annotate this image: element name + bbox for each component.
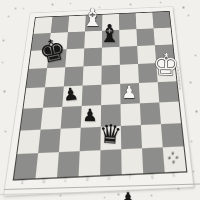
square-h2[interactable] [161,123,184,147]
square-c1[interactable] [57,151,80,177]
file-label-g: g [151,174,154,179]
file-label-b: b [42,179,45,184]
square-d2[interactable] [80,127,101,151]
square-g3[interactable] [140,102,161,125]
square-h5[interactable] [156,62,176,82]
square-c4[interactable] [62,86,82,107]
square-g7[interactable] [136,28,154,46]
square-d1[interactable] [79,150,101,176]
square-c2[interactable] [59,128,81,152]
file-label-c: c [64,178,67,183]
square-a7[interactable] [31,33,50,51]
square-d5[interactable] [83,66,102,86]
square-e3[interactable] [101,104,121,127]
square-c6[interactable] [65,48,84,67]
square-g5[interactable] [138,63,158,83]
square-h8[interactable] [152,12,170,29]
square-c3[interactable] [61,106,82,129]
square-c5[interactable] [64,66,84,86]
square-f6[interactable] [120,46,138,65]
square-h4[interactable] [158,81,179,102]
square-b5[interactable] [45,67,65,87]
square-f7[interactable] [119,29,137,47]
square-e8[interactable] [102,14,119,31]
square-g1[interactable] [142,147,165,173]
square-b7[interactable] [49,32,68,50]
square-b3[interactable] [41,107,63,130]
square-e5[interactable] [101,65,120,85]
square-b6[interactable] [47,49,67,68]
file-label-h: h [172,173,175,178]
square-a2[interactable] [17,130,40,154]
square-g8[interactable] [136,12,154,29]
square-f5[interactable] [120,64,139,84]
square-d4[interactable] [82,85,102,106]
file-label-f: f [129,175,131,180]
square-f2[interactable] [121,125,142,149]
square-g6[interactable] [137,45,156,64]
square-a4[interactable] [23,87,45,108]
chess-board: abcdefgh Checkmate ♦♦♦♦ [13,11,185,178]
square-e1[interactable] [100,149,122,175]
board-grid [13,11,188,181]
square-b1[interactable] [35,152,58,178]
square-h3[interactable] [159,102,181,125]
square-d8[interactable] [85,15,102,32]
file-label-d: d [86,177,89,182]
square-e7[interactable] [102,30,120,48]
square-g2[interactable] [141,124,163,148]
square-a5[interactable] [26,68,47,88]
square-g4[interactable] [139,82,159,103]
square-d6[interactable] [83,48,101,67]
square-a3[interactable] [20,108,42,131]
board-logo: ♦♦♦♦ [163,146,184,169]
square-b8[interactable] [51,16,69,33]
square-b4[interactable] [43,86,64,107]
square-a6[interactable] [29,50,49,69]
diamond-ornament-icon: ♦♦♦♦ [166,149,181,167]
square-a1[interactable] [14,153,38,179]
photo-grain [0,0,1,1]
square-h7[interactable] [154,28,173,46]
square-h6[interactable] [155,44,175,63]
file-label-e: e [108,176,111,181]
square-f4[interactable] [120,83,140,104]
square-a8[interactable] [34,17,53,34]
square-b2[interactable] [38,129,61,153]
square-e2[interactable] [100,126,121,150]
square-d7[interactable] [84,31,102,49]
square-f3[interactable] [120,103,140,126]
square-e4[interactable] [101,84,120,105]
square-c8[interactable] [68,15,86,32]
square-f8[interactable] [119,13,136,30]
square-c7[interactable] [67,31,85,49]
square-e6[interactable] [102,47,120,66]
square-d3[interactable] [81,105,101,128]
square-f1[interactable] [121,148,143,174]
